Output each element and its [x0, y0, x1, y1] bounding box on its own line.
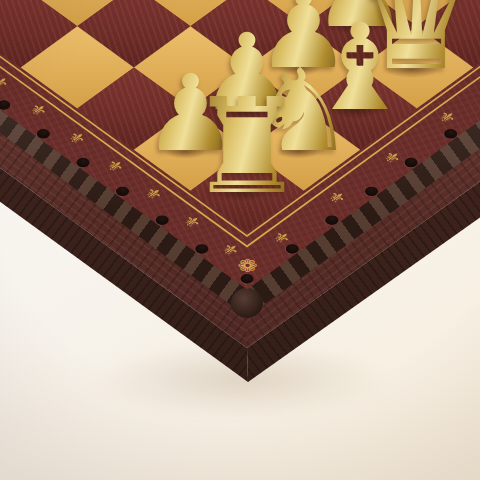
- photo-scene: ⚜ ⚜ ⚜ ⚜ ⚜ ⚜ ⚜ ⚜ ⚜ ⚜ ⚜ ⚜ ⚜ ⚜ ⚜ ⚜ ⚜ ⚜ ⚜ ⚜ …: [0, 0, 480, 480]
- rook-glyph: ♜: [188, 80, 306, 212]
- pieces-layer: ♟♛♟♝♟♞♟♜: [0, 0, 480, 480]
